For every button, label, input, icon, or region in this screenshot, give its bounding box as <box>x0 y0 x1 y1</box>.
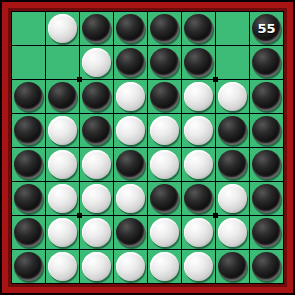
black-disc: 55 <box>252 14 281 43</box>
cell-c5[interactable] <box>80 148 113 181</box>
cell-g7[interactable] <box>216 216 249 249</box>
cell-b1[interactable] <box>46 12 79 45</box>
cell-f6[interactable] <box>182 182 215 215</box>
white-disc <box>48 184 77 213</box>
cell-b6[interactable] <box>46 182 79 215</box>
white-disc <box>184 82 213 111</box>
black-disc <box>218 150 247 179</box>
black-disc <box>14 116 43 145</box>
cell-h7[interactable] <box>250 216 283 249</box>
star-point-bottom-right <box>213 213 218 218</box>
white-disc <box>48 252 77 281</box>
cell-e1[interactable] <box>148 12 181 45</box>
black-disc <box>252 218 281 247</box>
cell-d4[interactable] <box>114 114 147 147</box>
move-number-label: 55 <box>257 21 275 36</box>
white-disc <box>48 218 77 247</box>
cell-d2[interactable] <box>114 46 147 79</box>
cell-h8[interactable] <box>250 250 283 283</box>
black-disc <box>14 150 43 179</box>
cell-d7[interactable] <box>114 216 147 249</box>
cell-c6[interactable] <box>80 182 113 215</box>
cell-a5[interactable] <box>12 148 45 181</box>
white-disc <box>218 218 247 247</box>
black-disc <box>252 150 281 179</box>
cell-f3[interactable] <box>182 80 215 113</box>
cell-d5[interactable] <box>114 148 147 181</box>
cell-e5[interactable] <box>148 148 181 181</box>
white-disc <box>116 82 145 111</box>
white-disc <box>82 150 111 179</box>
black-disc <box>252 252 281 281</box>
black-disc <box>82 116 111 145</box>
white-disc <box>150 116 179 145</box>
cell-d8[interactable] <box>114 250 147 283</box>
white-disc <box>82 184 111 213</box>
cell-e6[interactable] <box>148 182 181 215</box>
cell-d6[interactable] <box>114 182 147 215</box>
cell-c2[interactable] <box>80 46 113 79</box>
cell-f8[interactable] <box>182 250 215 283</box>
black-disc <box>252 116 281 145</box>
black-disc <box>14 252 43 281</box>
white-disc <box>48 150 77 179</box>
black-disc <box>48 82 77 111</box>
cell-a7[interactable] <box>12 216 45 249</box>
white-disc <box>82 252 111 281</box>
white-disc <box>218 82 247 111</box>
cell-d1[interactable] <box>114 12 147 45</box>
cell-e3[interactable] <box>148 80 181 113</box>
black-disc <box>184 48 213 77</box>
white-disc <box>82 48 111 77</box>
cell-b5[interactable] <box>46 148 79 181</box>
white-disc <box>184 116 213 145</box>
cell-c8[interactable] <box>80 250 113 283</box>
cell-b4[interactable] <box>46 114 79 147</box>
black-disc <box>218 252 247 281</box>
black-disc <box>218 116 247 145</box>
cell-e8[interactable] <box>148 250 181 283</box>
white-disc <box>116 184 145 213</box>
black-disc <box>150 82 179 111</box>
cell-a3[interactable] <box>12 80 45 113</box>
cell-h6[interactable] <box>250 182 283 215</box>
black-disc <box>150 48 179 77</box>
black-disc <box>184 14 213 43</box>
cell-g3[interactable] <box>216 80 249 113</box>
black-disc <box>14 184 43 213</box>
white-disc <box>150 150 179 179</box>
black-disc <box>252 184 281 213</box>
star-point-bottom-left <box>77 213 82 218</box>
star-point-top-left <box>77 77 82 82</box>
white-disc <box>116 252 145 281</box>
cell-d3[interactable] <box>114 80 147 113</box>
black-disc <box>116 150 145 179</box>
black-disc <box>116 48 145 77</box>
black-disc <box>82 14 111 43</box>
white-disc <box>184 150 213 179</box>
cell-h5[interactable] <box>250 148 283 181</box>
white-disc <box>48 14 77 43</box>
cell-b3[interactable] <box>46 80 79 113</box>
cell-f5[interactable] <box>182 148 215 181</box>
black-disc <box>252 82 281 111</box>
cell-a4[interactable] <box>12 114 45 147</box>
cell-h3[interactable] <box>250 80 283 113</box>
white-disc <box>48 116 77 145</box>
white-disc <box>184 252 213 281</box>
cell-h4[interactable] <box>250 114 283 147</box>
cell-c7[interactable] <box>80 216 113 249</box>
cell-a8[interactable] <box>12 250 45 283</box>
cell-h2[interactable] <box>250 46 283 79</box>
cell-g8[interactable] <box>216 250 249 283</box>
white-disc <box>82 218 111 247</box>
cell-f1[interactable] <box>182 12 215 45</box>
cell-f4[interactable] <box>182 114 215 147</box>
cell-b8[interactable] <box>46 250 79 283</box>
black-disc <box>150 184 179 213</box>
cell-g5[interactable] <box>216 148 249 181</box>
cell-a1[interactable] <box>12 12 45 45</box>
cell-f7[interactable] <box>182 216 215 249</box>
cell-e4[interactable] <box>148 114 181 147</box>
cell-g2[interactable] <box>216 46 249 79</box>
cell-a6[interactable] <box>12 182 45 215</box>
cell-e7[interactable] <box>148 216 181 249</box>
black-disc <box>14 82 43 111</box>
board-frame: 55 <box>0 0 295 295</box>
black-disc <box>150 14 179 43</box>
white-disc <box>150 252 179 281</box>
othello-board[interactable]: 55 <box>11 11 284 284</box>
black-disc <box>14 218 43 247</box>
cell-b2[interactable] <box>46 46 79 79</box>
black-disc <box>252 48 281 77</box>
cell-g4[interactable] <box>216 114 249 147</box>
cell-a2[interactable] <box>12 46 45 79</box>
white-disc <box>184 218 213 247</box>
white-disc <box>116 116 145 145</box>
black-disc <box>116 218 145 247</box>
cell-g6[interactable] <box>216 182 249 215</box>
cell-c1[interactable] <box>80 12 113 45</box>
black-disc <box>116 14 145 43</box>
cell-g1[interactable] <box>216 12 249 45</box>
cell-e2[interactable] <box>148 46 181 79</box>
black-disc <box>82 82 111 111</box>
white-disc <box>150 218 179 247</box>
white-disc <box>218 184 247 213</box>
black-disc <box>184 184 213 213</box>
cell-c4[interactable] <box>80 114 113 147</box>
cell-f2[interactable] <box>182 46 215 79</box>
board-inner-frame: 55 <box>8 8 287 287</box>
star-point-top-right <box>213 77 218 82</box>
cell-c3[interactable] <box>80 80 113 113</box>
cell-h1[interactable]: 55 <box>250 12 283 45</box>
cell-b7[interactable] <box>46 216 79 249</box>
